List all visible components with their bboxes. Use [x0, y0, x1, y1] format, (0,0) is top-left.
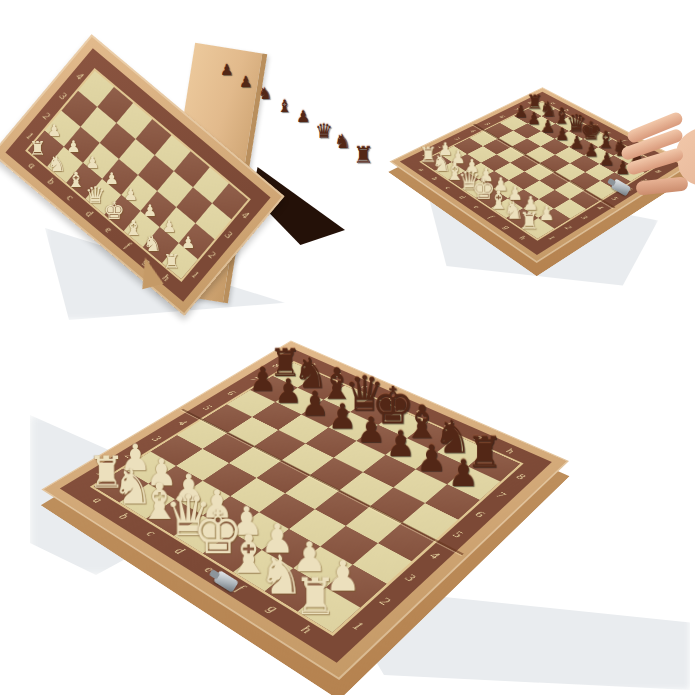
board-grid: ♜♞♝♛♚♝♞♜♟♟♟♟♟♟♟♟♟♟♟♟♟♟♟♟♜♞♝♛♚♝♞♜ — [94, 363, 520, 633]
black-pawn: ♟ — [441, 455, 487, 492]
black-knight: ♞ — [258, 86, 272, 102]
hand — [626, 105, 695, 215]
board-frame: abcdefghabcdefgh8765432187654321♜♞♝♛♚♝♞♜… — [60, 348, 552, 663]
main-board: abcdefghabcdefgh8765432187654321♜♞♝♛♚♝♞♜… — [41, 341, 569, 680]
black-knight: ♞ — [334, 132, 351, 151]
black-pawn: ♟ — [220, 63, 233, 78]
view-open-flat: abcdefghabcdefgh8765432187654321♜♞♝♛♚♝♞♜… — [30, 240, 695, 695]
hand-thumb — [635, 176, 688, 195]
board-grid: ♜♞♝♛♚♝♞♜♟♟♟♟♟♟♟♟♟♟♟♟♟♟♟♟♜♞♝♛♚♝♞♜ — [422, 102, 659, 239]
black-pawn: ♟ — [296, 109, 310, 125]
black-bishop: ♝ — [277, 98, 292, 115]
perspective-wrapper: abcdefghabcdefgh8765432187654321♜♞♝♛♚♝♞♜… — [0, 250, 630, 695]
product-photo-canvas: ♟♟♞♝♟♛♞♜ abcdefgh43214321♟♟♟♟♟♟♟♟♜♞♝♛♚♝♞… — [0, 0, 695, 695]
white-rook: ♜ — [284, 571, 347, 622]
board-box: abcdefghabcdefgh8765432187654321♜♞♝♛♚♝♞♜… — [41, 341, 569, 680]
black-queen: ♛ — [315, 121, 333, 141]
black-rook: ♜ — [353, 144, 374, 167]
black-pawn: ♟ — [239, 75, 252, 90]
white-rook: ♜ — [515, 210, 544, 234]
